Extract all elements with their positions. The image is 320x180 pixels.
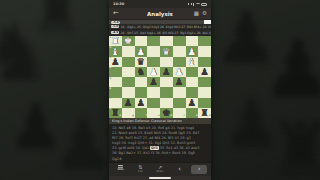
square-h6[interactable]: 6 xyxy=(109,87,122,97)
square-c7[interactable] xyxy=(173,98,186,108)
engine-line-1-eval: -5.6 xyxy=(111,25,119,29)
nav-actions: ▦ ⚙ xyxy=(194,11,207,17)
opening-name: King's Indian Defense: Classical Variati… xyxy=(112,119,182,123)
bottom-toolbar: Menu ⇅ Flip ↗ Share ‹ › xyxy=(109,162,211,176)
square-c6[interactable] xyxy=(173,87,186,97)
engine-line-1-moves: 24...Qg2+ 25. Qxg2 hxg2 26. Kxg2 Nh3 27.… xyxy=(121,25,211,29)
back-move-button[interactable]: ‹ xyxy=(171,166,189,173)
square-e7[interactable] xyxy=(147,98,160,108)
video-frame: ♞♟♟♜♟♟♟♜ 10:30 ← Analysis ▦ ⚙ -5.6 xyxy=(0,0,320,180)
rank-label: 6 xyxy=(110,88,112,90)
eval-white-segment xyxy=(204,20,211,24)
square-g7[interactable]: ♟ xyxy=(122,98,135,108)
battery-icon xyxy=(201,3,207,6)
flip-board-button[interactable]: ⇅ Flip xyxy=(131,165,149,173)
status-time: 10:30 xyxy=(113,2,124,6)
square-h8[interactable]: 8h♜ xyxy=(109,108,122,118)
square-a5[interactable] xyxy=(198,77,211,87)
square-g1[interactable]: ♚ xyxy=(122,36,135,46)
square-b3[interactable]: ♝ xyxy=(186,57,199,67)
square-c2[interactable] xyxy=(173,46,186,56)
file-label: a xyxy=(209,115,211,117)
menu-label: Menu xyxy=(117,169,124,172)
hamburger-icon xyxy=(118,165,123,166)
engine-line-2-moves: 24...Nh5 25. Qe1 Qg4+ 26. Kf1 Nf4 27. Bg… xyxy=(121,31,211,35)
square-h4[interactable]: 4 xyxy=(109,67,122,77)
black-rook: ♜ xyxy=(111,108,120,118)
square-c5[interactable]: ♟ xyxy=(173,77,186,87)
chess-board: 1♜♚2♝♟♛♟3♟♛♝4♞♟♟♟♟5♟♟67♟♟♟8h♜gfed♚cba♜ xyxy=(109,36,211,118)
square-f4[interactable]: ♞ xyxy=(135,67,148,77)
square-e2[interactable] xyxy=(147,46,160,56)
square-c1[interactable] xyxy=(173,36,186,46)
forward-move-button[interactable]: › xyxy=(190,165,208,174)
black-pawn: ♟ xyxy=(162,67,171,77)
white-pawn: ♟ xyxy=(137,46,146,56)
square-e5[interactable]: ♟ xyxy=(147,77,160,87)
rank-label: 4 xyxy=(110,67,112,69)
square-h5[interactable]: 5 xyxy=(109,77,122,87)
current-move-chip[interactable]: Qf3 xyxy=(150,146,159,150)
square-f5[interactable] xyxy=(135,77,148,87)
black-pawn: ♟ xyxy=(149,77,158,87)
square-g8[interactable]: g xyxy=(122,108,135,118)
signal-icon xyxy=(191,3,192,5)
engine-line-2-eval: -4.9 xyxy=(111,31,119,35)
square-b8[interactable]: b xyxy=(186,108,199,118)
moves-before-current: 33. gxf4 exf4 34. Qd2 xyxy=(112,146,150,150)
white-bishop: ♝ xyxy=(111,46,120,56)
square-c8[interactable]: c xyxy=(173,108,186,118)
square-e6[interactable] xyxy=(147,87,160,97)
black-pawn: ♟ xyxy=(111,57,120,66)
white-rook: ♜ xyxy=(111,36,120,46)
forward-pill: › xyxy=(191,165,207,174)
status-bar: 10:30 xyxy=(109,0,211,8)
square-h3[interactable]: 3♟ xyxy=(109,57,122,67)
chevron-left-icon: ‹ xyxy=(178,166,181,173)
black-queen: ♛ xyxy=(137,57,146,66)
black-pawn: ♟ xyxy=(200,67,209,77)
signal-icon xyxy=(188,3,189,5)
move-list-line: 36. Bg1 Ne2+ 37. Kh2 f3 38. Rc8+ Rxc8 39… xyxy=(112,151,208,156)
rank-label: 5 xyxy=(110,78,112,80)
square-a8[interactable]: a♜ xyxy=(198,108,211,118)
square-a2[interactable] xyxy=(198,46,211,56)
black-pawn: ♟ xyxy=(124,98,133,108)
square-b7[interactable]: ♟ xyxy=(186,98,199,108)
black-rook: ♜ xyxy=(200,108,209,118)
move-list-panel[interactable]: 18. Nb5 a6 19. Na3 b5 20. Rc6 g4 21. fxg… xyxy=(109,124,211,162)
square-e8[interactable]: e xyxy=(147,108,160,118)
black-knight: ♞ xyxy=(137,67,146,77)
square-g3[interactable] xyxy=(122,57,135,67)
board-grid: 1♜♚2♝♟♛♟3♟♛♝4♞♟♟♟♟5♟♟67♟♟♟8h♜gfed♚cba♜ xyxy=(109,36,211,118)
white-pawn: ♟ xyxy=(175,67,184,77)
nav-bar: ← Analysis ▦ ⚙ xyxy=(109,8,211,20)
square-g2[interactable] xyxy=(122,46,135,56)
evaluation-bar: -5.6 xyxy=(109,20,211,24)
square-d8[interactable]: d♚ xyxy=(160,108,173,118)
square-e1[interactable] xyxy=(147,36,160,46)
square-f8[interactable]: f xyxy=(135,108,148,118)
settings-gear-icon[interactable]: ⚙ xyxy=(202,11,207,17)
white-pawn: ♟ xyxy=(149,67,158,77)
square-g5[interactable] xyxy=(122,77,135,87)
square-a1[interactable] xyxy=(198,36,211,46)
white-queen: ♛ xyxy=(162,46,171,56)
rank-label: 7 xyxy=(110,98,112,100)
square-b5[interactable] xyxy=(186,77,199,87)
phone-screen: 10:30 ← Analysis ▦ ⚙ -5.6 -5.6 24...Qg2+ xyxy=(109,0,211,180)
move-list-line: Qg2# xyxy=(112,157,208,162)
square-d4[interactable]: ♟ xyxy=(160,67,173,77)
moves-after-current: 35. Rc1 d3 36. b3 axb3 xyxy=(159,146,200,150)
share-button[interactable]: ↗ Share xyxy=(151,165,169,173)
eval-score-badge: -5.6 xyxy=(111,21,120,24)
white-king: ♚ xyxy=(124,36,133,46)
chevron-right-icon: › xyxy=(198,166,201,173)
square-d6[interactable] xyxy=(160,87,173,97)
black-pawn: ♟ xyxy=(188,98,197,108)
square-d2[interactable]: ♛ xyxy=(160,46,173,56)
black-pawn: ♟ xyxy=(137,98,146,108)
white-pawn: ♟ xyxy=(188,46,197,56)
square-g4[interactable] xyxy=(122,67,135,77)
white-bishop: ♝ xyxy=(188,57,197,66)
black-pawn: ♟ xyxy=(175,77,184,87)
black-king: ♚ xyxy=(162,108,171,118)
status-icons xyxy=(188,3,207,6)
square-a6[interactable] xyxy=(198,87,211,97)
board-setup-icon[interactable]: ▦ xyxy=(194,11,199,17)
square-f7[interactable]: ♟ xyxy=(135,98,148,108)
square-b4[interactable] xyxy=(186,67,199,77)
share-label: Share xyxy=(156,171,164,174)
square-d5[interactable] xyxy=(160,77,173,87)
square-a4[interactable]: ♟ xyxy=(198,67,211,77)
home-indicator[interactable] xyxy=(149,177,171,179)
flip-label: Flip xyxy=(138,171,143,174)
menu-button[interactable]: Menu xyxy=(112,167,130,172)
wifi-icon xyxy=(196,3,200,6)
signal-icon xyxy=(193,3,194,6)
